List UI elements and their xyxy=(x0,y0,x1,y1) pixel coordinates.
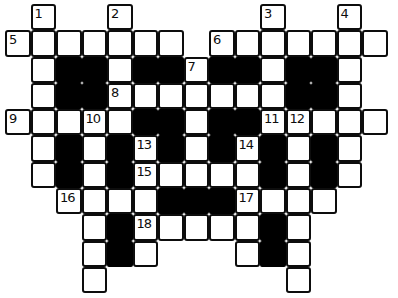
block-cell-r5c12 xyxy=(311,135,337,161)
clue-number-17: 17 xyxy=(239,190,254,206)
cell-r10c3[interactable] xyxy=(82,267,108,293)
outside-r5c14 xyxy=(362,135,388,161)
cell-r6c8[interactable] xyxy=(209,162,235,188)
outside-r10c13 xyxy=(337,267,363,293)
clue-number-18: 18 xyxy=(137,216,152,232)
cell-r5c7[interactable] xyxy=(184,135,210,161)
cell-r1c1[interactable] xyxy=(31,30,57,56)
cell-r0c10[interactable]: 3 xyxy=(260,4,286,30)
cell-r1c10[interactable] xyxy=(260,30,286,56)
outside-r3c14 xyxy=(362,83,388,109)
cell-r1c13[interactable] xyxy=(337,30,363,56)
outside-r2c14 xyxy=(362,57,388,83)
cell-r1c12[interactable] xyxy=(311,30,337,56)
cell-r5c9[interactable]: 14 xyxy=(235,135,261,161)
cell-r1c4[interactable] xyxy=(107,30,133,56)
block-cell-r8c10 xyxy=(260,214,286,240)
outside-r0c11 xyxy=(286,4,312,30)
cell-r8c6[interactable] xyxy=(158,214,184,240)
outside-r10c1 xyxy=(31,267,57,293)
clue-number-1: 1 xyxy=(35,6,42,22)
outside-r10c7 xyxy=(184,267,210,293)
cell-r3c10[interactable] xyxy=(260,83,286,109)
cell-r7c12[interactable] xyxy=(311,188,337,214)
block-cell-r6c2 xyxy=(56,162,82,188)
cell-r3c9[interactable] xyxy=(235,83,261,109)
cell-r8c11[interactable] xyxy=(286,214,312,240)
clue-number-6: 6 xyxy=(213,32,220,48)
cell-r1c2[interactable] xyxy=(56,30,82,56)
clue-number-2: 2 xyxy=(111,6,118,22)
cell-r8c7[interactable] xyxy=(184,214,210,240)
cell-r8c3[interactable] xyxy=(82,214,108,240)
cell-r3c13[interactable] xyxy=(337,83,363,109)
cell-r2c1[interactable] xyxy=(31,57,57,83)
cell-r3c7[interactable] xyxy=(184,83,210,109)
block-cell-r2c6 xyxy=(158,57,184,83)
cell-r3c5[interactable] xyxy=(133,83,159,109)
block-cell-r7c6 xyxy=(158,188,184,214)
outside-r0c6 xyxy=(158,4,184,30)
cell-r3c8[interactable] xyxy=(209,83,235,109)
outside-r8c1 xyxy=(31,214,57,240)
cell-r1c6[interactable] xyxy=(158,30,184,56)
cell-r7c5[interactable] xyxy=(133,188,159,214)
crossword-board: 123456789101112131415161718 xyxy=(5,4,388,293)
clue-number-10: 10 xyxy=(86,111,101,127)
outside-r0c12 xyxy=(311,4,337,30)
cell-r1c8[interactable]: 6 xyxy=(209,30,235,56)
outside-r10c0 xyxy=(5,267,31,293)
block-cell-r2c8 xyxy=(209,57,235,83)
outside-r9c6 xyxy=(158,241,184,267)
cell-r4c3[interactable]: 10 xyxy=(82,109,108,135)
block-cell-r4c8 xyxy=(209,109,235,135)
cell-r9c9[interactable] xyxy=(235,241,261,267)
cell-r0c4[interactable]: 2 xyxy=(107,4,133,30)
cell-r1c5[interactable] xyxy=(133,30,159,56)
cell-r9c11[interactable] xyxy=(286,241,312,267)
block-cell-r9c10 xyxy=(260,241,286,267)
clue-number-7: 7 xyxy=(188,59,195,75)
outside-r10c8 xyxy=(209,267,235,293)
outside-r10c6 xyxy=(158,267,184,293)
cell-r7c3[interactable] xyxy=(82,188,108,214)
block-cell-r7c8 xyxy=(209,188,235,214)
cell-r2c7[interactable]: 7 xyxy=(184,57,210,83)
cell-r2c4[interactable] xyxy=(107,57,133,83)
cell-r6c1[interactable] xyxy=(31,162,57,188)
outside-r9c1 xyxy=(31,241,57,267)
outside-r10c12 xyxy=(311,267,337,293)
block-cell-r5c2 xyxy=(56,135,82,161)
cell-r6c13[interactable] xyxy=(337,162,363,188)
cell-r1c11[interactable] xyxy=(286,30,312,56)
outside-r7c13 xyxy=(337,188,363,214)
outside-r9c13 xyxy=(337,241,363,267)
block-cell-r3c12 xyxy=(311,83,337,109)
block-cell-r6c4 xyxy=(107,162,133,188)
outside-r8c14 xyxy=(362,214,388,240)
block-cell-r6c10 xyxy=(260,162,286,188)
cell-r2c13[interactable] xyxy=(337,57,363,83)
outside-r8c13 xyxy=(337,214,363,240)
block-cell-r2c2 xyxy=(56,57,82,83)
block-cell-r6c12 xyxy=(311,162,337,188)
cell-r5c13[interactable] xyxy=(337,135,363,161)
cell-r1c0[interactable]: 5 xyxy=(5,30,31,56)
outside-r9c7 xyxy=(184,241,210,267)
cell-r6c7[interactable] xyxy=(184,162,210,188)
clue-number-4: 4 xyxy=(341,6,348,22)
cell-r7c2[interactable]: 16 xyxy=(56,188,82,214)
cell-r5c5[interactable]: 13 xyxy=(133,135,159,161)
cell-r3c4[interactable]: 8 xyxy=(107,83,133,109)
clue-number-3: 3 xyxy=(264,6,271,22)
cell-r1c14[interactable] xyxy=(362,30,388,56)
block-cell-r7c7 xyxy=(184,188,210,214)
block-cell-r2c5 xyxy=(133,57,159,83)
cell-r4c13[interactable] xyxy=(337,109,363,135)
outside-r7c1 xyxy=(31,188,57,214)
outside-r0c7 xyxy=(184,4,210,30)
cell-r4c0[interactable]: 9 xyxy=(5,109,31,135)
puzzle-page: 123456789101112131415161718 xyxy=(0,0,398,298)
outside-r0c5 xyxy=(133,4,159,30)
cell-r0c1[interactable]: 1 xyxy=(31,4,57,30)
outside-r9c0 xyxy=(5,241,31,267)
cell-r10c11[interactable] xyxy=(286,267,312,293)
cell-r3c1[interactable] xyxy=(31,83,57,109)
block-cell-r5c4 xyxy=(107,135,133,161)
block-cell-r4c6 xyxy=(158,109,184,135)
outside-r7c0 xyxy=(5,188,31,214)
cell-r7c4[interactable] xyxy=(107,188,133,214)
cell-r6c5[interactable]: 15 xyxy=(133,162,159,188)
outside-r9c2 xyxy=(56,241,82,267)
outside-r3c0 xyxy=(5,83,31,109)
clue-number-13: 13 xyxy=(137,137,152,153)
outside-r0c8 xyxy=(209,4,235,30)
cell-r6c9[interactable] xyxy=(235,162,261,188)
outside-r9c12 xyxy=(311,241,337,267)
outside-r0c3 xyxy=(82,4,108,30)
clue-number-14: 14 xyxy=(239,137,254,153)
cell-r5c1[interactable] xyxy=(31,135,57,161)
block-cell-r3c3 xyxy=(82,83,108,109)
cell-r1c3[interactable] xyxy=(82,30,108,56)
outside-r10c10 xyxy=(260,267,286,293)
block-cell-r2c11 xyxy=(286,57,312,83)
cell-r6c6[interactable] xyxy=(158,162,184,188)
cell-r7c11[interactable] xyxy=(286,188,312,214)
cell-r3c6[interactable] xyxy=(158,83,184,109)
cell-r4c7[interactable] xyxy=(184,109,210,135)
outside-r7c14 xyxy=(362,188,388,214)
clue-number-5: 5 xyxy=(9,32,16,48)
cell-r4c11[interactable]: 12 xyxy=(286,109,312,135)
outside-r9c14 xyxy=(362,241,388,267)
cell-r7c10[interactable] xyxy=(260,188,286,214)
cell-r2c10[interactable] xyxy=(260,57,286,83)
outside-r0c14 xyxy=(362,4,388,30)
block-cell-r3c2 xyxy=(56,83,82,109)
cell-r8c9[interactable] xyxy=(235,214,261,240)
block-cell-r2c12 xyxy=(311,57,337,83)
outside-r8c0 xyxy=(5,214,31,240)
cell-r8c8[interactable] xyxy=(209,214,235,240)
cell-r7c9[interactable]: 17 xyxy=(235,188,261,214)
outside-r10c9 xyxy=(235,267,261,293)
clue-number-12: 12 xyxy=(290,111,305,127)
outside-r0c0 xyxy=(5,4,31,30)
block-cell-r4c9 xyxy=(235,109,261,135)
block-cell-r2c9 xyxy=(235,57,261,83)
cell-r4c4[interactable] xyxy=(107,109,133,135)
cell-r4c10[interactable]: 11 xyxy=(260,109,286,135)
cell-r8c5[interactable]: 18 xyxy=(133,214,159,240)
cell-r4c2[interactable] xyxy=(56,109,82,135)
block-cell-r8c4 xyxy=(107,214,133,240)
cell-r9c3[interactable] xyxy=(82,241,108,267)
outside-r0c2 xyxy=(56,4,82,30)
outside-r10c14 xyxy=(362,267,388,293)
block-cell-r5c6 xyxy=(158,135,184,161)
clue-number-15: 15 xyxy=(137,164,152,180)
block-cell-r3c11 xyxy=(286,83,312,109)
clue-number-9: 9 xyxy=(9,111,16,127)
outside-r8c12 xyxy=(311,214,337,240)
cell-r6c3[interactable] xyxy=(82,162,108,188)
cell-r5c11[interactable] xyxy=(286,135,312,161)
outside-r1c7 xyxy=(184,30,210,56)
outside-r10c5 xyxy=(133,267,159,293)
outside-r5c0 xyxy=(5,135,31,161)
cell-r4c1[interactable] xyxy=(31,109,57,135)
cell-r9c5[interactable] xyxy=(133,241,159,267)
clue-number-8: 8 xyxy=(111,85,118,101)
outside-r6c14 xyxy=(362,162,388,188)
outside-r8c2 xyxy=(56,214,82,240)
outside-r6c0 xyxy=(5,162,31,188)
outside-r10c4 xyxy=(107,267,133,293)
outside-r9c8 xyxy=(209,241,235,267)
outside-r10c2 xyxy=(56,267,82,293)
block-cell-r2c3 xyxy=(82,57,108,83)
clue-number-11: 11 xyxy=(264,111,279,127)
block-cell-r9c4 xyxy=(107,241,133,267)
block-cell-r5c10 xyxy=(260,135,286,161)
cell-r5c3[interactable] xyxy=(82,135,108,161)
cell-r4c12[interactable] xyxy=(311,109,337,135)
cell-r1c9[interactable] xyxy=(235,30,261,56)
outside-r2c0 xyxy=(5,57,31,83)
block-cell-r5c8 xyxy=(209,135,235,161)
cell-r6c11[interactable] xyxy=(286,162,312,188)
clue-number-16: 16 xyxy=(60,190,75,206)
block-cell-r4c5 xyxy=(133,109,159,135)
cell-r0c13[interactable]: 4 xyxy=(337,4,363,30)
cell-r4c14[interactable] xyxy=(362,109,388,135)
outside-r0c9 xyxy=(235,4,261,30)
